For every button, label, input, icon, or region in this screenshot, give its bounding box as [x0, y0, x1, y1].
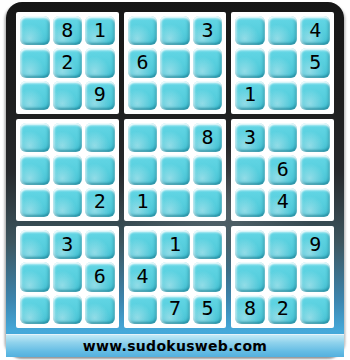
- sudoku-cell-r3c4[interactable]: [128, 81, 158, 110]
- sudoku-cell-r8c6[interactable]: [193, 262, 223, 291]
- given-digit: 4: [309, 20, 321, 40]
- sudoku-cell-r4c1[interactable]: [20, 123, 50, 152]
- sudoku-cell-r4c5[interactable]: [160, 123, 190, 152]
- sudoku-cell-r1c2[interactable]: 8: [53, 16, 83, 45]
- sudoku-cell-r4c4[interactable]: [128, 123, 158, 152]
- sudoku-cell-r9c5[interactable]: 7: [160, 295, 190, 324]
- sudoku-cell-r2c5[interactable]: [160, 48, 190, 77]
- sudoku-cell-r3c9[interactable]: [300, 81, 330, 110]
- sudoku-cell-r9c8[interactable]: 2: [268, 295, 298, 324]
- sudoku-cell-r7c9[interactable]: 9: [300, 230, 330, 259]
- box: 81: [124, 119, 227, 221]
- sudoku-cell-r7c2[interactable]: 3: [53, 230, 83, 259]
- given-digit: 5: [309, 52, 321, 72]
- sudoku-cell-r8c7[interactable]: [235, 262, 265, 291]
- box: 36: [124, 12, 227, 114]
- given-digit: 6: [277, 159, 289, 179]
- given-digit: 1: [169, 234, 181, 254]
- sudoku-cell-r5c3[interactable]: [85, 155, 115, 184]
- sudoku-cell-r1c7[interactable]: [235, 16, 265, 45]
- sudoku-cell-r5c6[interactable]: [193, 155, 223, 184]
- sudoku-cell-r3c8[interactable]: [268, 81, 298, 110]
- sudoku-cell-r2c1[interactable]: [20, 48, 50, 77]
- sudoku-cell-r8c5[interactable]: [160, 262, 190, 291]
- sudoku-cell-r8c4[interactable]: 4: [128, 262, 158, 291]
- sudoku-cell-r8c3[interactable]: 6: [85, 262, 115, 291]
- sudoku-cell-r4c9[interactable]: [300, 123, 330, 152]
- box: 1475: [124, 226, 227, 328]
- website-link[interactable]: www.sudokusweb.com: [83, 338, 267, 354]
- sudoku-cell-r3c5[interactable]: [160, 81, 190, 110]
- given-digit: 6: [136, 52, 148, 72]
- sudoku-cell-r5c5[interactable]: [160, 155, 190, 184]
- sudoku-cell-r5c2[interactable]: [53, 155, 83, 184]
- given-digit: 9: [309, 234, 321, 254]
- footer-bar: www.sudokusweb.com: [6, 334, 344, 357]
- sudoku-cell-r9c2[interactable]: [53, 295, 83, 324]
- given-digit: 1: [244, 84, 256, 104]
- sudoku-cell-r6c2[interactable]: [53, 188, 83, 217]
- sudoku-cell-r4c3[interactable]: [85, 123, 115, 152]
- sudoku-cell-r1c4[interactable]: [128, 16, 158, 45]
- box: 982: [231, 226, 334, 328]
- sudoku-cell-r3c7[interactable]: 1: [235, 81, 265, 110]
- box: 2: [16, 119, 119, 221]
- sudoku-cell-r9c1[interactable]: [20, 295, 50, 324]
- sudoku-cell-r1c6[interactable]: 3: [193, 16, 223, 45]
- sudoku-cell-r2c2[interactable]: 2: [53, 48, 83, 77]
- sudoku-cell-r3c6[interactable]: [193, 81, 223, 110]
- sudoku-cell-r5c7[interactable]: [235, 155, 265, 184]
- sudoku-cell-r4c2[interactable]: [53, 123, 83, 152]
- sudoku-cell-r1c5[interactable]: [160, 16, 190, 45]
- sudoku-cell-r6c1[interactable]: [20, 188, 50, 217]
- given-digit: 1: [94, 20, 106, 40]
- box: 36: [16, 226, 119, 328]
- sudoku-cell-r3c1[interactable]: [20, 81, 50, 110]
- sudoku-cell-r5c8[interactable]: 6: [268, 155, 298, 184]
- page: 8129 36 451 2 81 364 36 1475 982 www.sud…: [0, 0, 350, 360]
- sudoku-cell-r3c2[interactable]: [53, 81, 83, 110]
- given-digit: 8: [244, 298, 256, 318]
- given-digit: 2: [61, 52, 73, 72]
- sudoku-cell-r2c3[interactable]: [85, 48, 115, 77]
- given-digit: 3: [244, 127, 256, 147]
- sudoku-cell-r6c6[interactable]: [193, 188, 223, 217]
- sudoku-cell-r2c4[interactable]: 6: [128, 48, 158, 77]
- sudoku-cell-r6c3[interactable]: 2: [85, 188, 115, 217]
- sudoku-cell-r9c3[interactable]: [85, 295, 115, 324]
- sudoku-cell-r7c7[interactable]: [235, 230, 265, 259]
- sudoku-cell-r4c6[interactable]: 8: [193, 123, 223, 152]
- sudoku-cell-r9c7[interactable]: 8: [235, 295, 265, 324]
- given-digit: 8: [202, 127, 214, 147]
- sudoku-cell-r6c4[interactable]: 1: [128, 188, 158, 217]
- given-digit: 4: [136, 266, 148, 286]
- sudoku-cell-r5c9[interactable]: [300, 155, 330, 184]
- sudoku-cell-r2c8[interactable]: [268, 48, 298, 77]
- sudoku-cell-r7c4[interactable]: [128, 230, 158, 259]
- box: 364: [231, 119, 334, 221]
- box: 451: [231, 12, 334, 114]
- sudoku-cell-r5c1[interactable]: [20, 155, 50, 184]
- given-digit: 7: [169, 298, 181, 318]
- sudoku-cell-r7c3[interactable]: [85, 230, 115, 259]
- given-digit: 9: [94, 84, 106, 104]
- sudoku-cell-r1c1[interactable]: [20, 16, 50, 45]
- sudoku-cell-r4c8[interactable]: [268, 123, 298, 152]
- sudoku-grid: 8129 36 451 2 81 364 36 1475 982: [16, 12, 334, 328]
- sudoku-cell-r4c7[interactable]: 3: [235, 123, 265, 152]
- sudoku-cell-r9c9[interactable]: [300, 295, 330, 324]
- sudoku-cell-r3c3[interactable]: 9: [85, 81, 115, 110]
- sudoku-cell-r8c1[interactable]: [20, 262, 50, 291]
- sudoku-cell-r8c8[interactable]: [268, 262, 298, 291]
- sudoku-cell-r1c8[interactable]: [268, 16, 298, 45]
- given-digit: 5: [202, 298, 214, 318]
- sudoku-cell-r7c5[interactable]: 1: [160, 230, 190, 259]
- sudoku-cell-r5c4[interactable]: [128, 155, 158, 184]
- box: 8129: [16, 12, 119, 114]
- given-digit: 2: [94, 191, 106, 211]
- sudoku-cell-r9c6[interactable]: 5: [193, 295, 223, 324]
- sudoku-board-frame: 8129 36 451 2 81 364 36 1475 982 www.sud…: [6, 2, 344, 356]
- sudoku-cell-r7c1[interactable]: [20, 230, 50, 259]
- sudoku-cell-r7c6[interactable]: [193, 230, 223, 259]
- sudoku-cell-r6c9[interactable]: [300, 188, 330, 217]
- sudoku-cell-r1c3[interactable]: 1: [85, 16, 115, 45]
- sudoku-cell-r6c7[interactable]: [235, 188, 265, 217]
- sudoku-cell-r6c8[interactable]: 4: [268, 188, 298, 217]
- given-digit: 4: [277, 191, 289, 211]
- sudoku-cell-r9c4[interactable]: [128, 295, 158, 324]
- given-digit: 1: [136, 191, 148, 211]
- given-digit: 3: [61, 234, 73, 254]
- sudoku-cell-r2c9[interactable]: 5: [300, 48, 330, 77]
- sudoku-cell-r6c5[interactable]: [160, 188, 190, 217]
- given-digit: 3: [202, 20, 214, 40]
- sudoku-cell-r2c7[interactable]: [235, 48, 265, 77]
- given-digit: 8: [61, 20, 73, 40]
- sudoku-cell-r7c8[interactable]: [268, 230, 298, 259]
- sudoku-cell-r8c2[interactable]: [53, 262, 83, 291]
- sudoku-cell-r1c9[interactable]: 4: [300, 16, 330, 45]
- given-digit: 6: [94, 266, 106, 286]
- sudoku-cell-r2c6[interactable]: [193, 48, 223, 77]
- given-digit: 2: [277, 298, 289, 318]
- sudoku-cell-r8c9[interactable]: [300, 262, 330, 291]
